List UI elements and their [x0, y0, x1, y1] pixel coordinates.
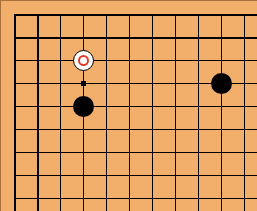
white-stone-cell — [72, 49, 95, 72]
go-board-diagram — [0, 0, 257, 211]
red-circle-marker — [78, 55, 89, 66]
board-intersections — [3, 3, 256, 210]
black-stone — [211, 73, 232, 94]
black-stone-cell — [72, 95, 95, 118]
star-point — [81, 81, 86, 86]
black-stone-cell — [210, 72, 233, 95]
black-stone — [73, 96, 94, 117]
star-point-cell — [72, 72, 95, 95]
white-stone — [73, 50, 94, 71]
